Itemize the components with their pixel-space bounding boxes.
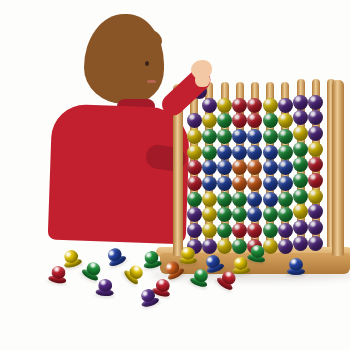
child-eye (145, 61, 149, 66)
bead-g-r6c8[interactable] (293, 173, 308, 188)
bead-p-r10c9[interactable] (308, 236, 323, 251)
bead-y-r2c2[interactable] (202, 113, 217, 128)
bead-g-r3c6[interactable] (263, 129, 278, 144)
bead-b-r4c3[interactable] (217, 145, 232, 160)
bead-p-r1c2[interactable] (202, 98, 217, 113)
bead-g-r7c3[interactable] (217, 192, 232, 207)
bead-b-r5c3[interactable] (217, 160, 232, 175)
bead-p-r8c9[interactable] (308, 204, 323, 219)
bead-y-r8c8[interactable] (293, 204, 308, 219)
bead-g-r7c4[interactable] (232, 192, 247, 207)
bead-b-r7c5[interactable] (247, 192, 262, 207)
bead-r-r1c5[interactable] (247, 98, 262, 113)
bead-o-r5c5[interactable] (247, 160, 262, 175)
bead-r-r1c4[interactable] (232, 98, 247, 113)
bead-b-r6c6[interactable] (263, 176, 278, 191)
bead-o-r6c4[interactable] (232, 176, 247, 191)
loose-piece-g[interactable] (141, 249, 164, 271)
loose-piece-y[interactable] (178, 247, 198, 266)
bead-b-r7c6[interactable] (263, 192, 278, 207)
photo-scene (0, 0, 350, 350)
bead-g-r5c8[interactable] (293, 157, 308, 172)
bead-p-r9c7[interactable] (278, 223, 293, 238)
bead-g-r10c4[interactable] (232, 239, 247, 254)
child-mouth (147, 80, 156, 83)
bead-g-r7c8[interactable] (293, 189, 308, 204)
piece-cap (181, 247, 195, 260)
bead-p-r2c8[interactable] (293, 110, 308, 125)
bead-r-r9c5[interactable] (247, 223, 262, 238)
loose-piece-g[interactable] (245, 243, 269, 266)
bead-y-r7c9[interactable] (308, 189, 323, 204)
bead-g-r4c7[interactable] (278, 145, 293, 160)
bead-y-r4c1[interactable] (187, 145, 202, 160)
bead-g-r2c6[interactable] (263, 113, 278, 128)
bead-g-r9c6[interactable] (263, 223, 278, 238)
bead-g-r7c7[interactable] (278, 192, 293, 207)
bead-y-r1c3[interactable] (217, 98, 232, 113)
bead-r-r5c9[interactable] (308, 157, 323, 172)
bead-y-r3c1[interactable] (187, 129, 202, 144)
bead-o-r5c4[interactable] (232, 160, 247, 175)
bead-p-r1c9[interactable] (308, 95, 323, 110)
bead-g-r3c7[interactable] (278, 129, 293, 144)
bead-b-r5c2[interactable] (202, 160, 217, 175)
bead-p-r2c1[interactable] (187, 113, 202, 128)
bead-b-r4c6[interactable] (263, 145, 278, 160)
loose-piece-r[interactable] (47, 264, 70, 286)
child-fingers (195, 73, 210, 87)
loose-piece-b[interactable] (286, 258, 306, 277)
bead-p-r9c9[interactable] (308, 220, 323, 235)
bead-y-r3c8[interactable] (293, 126, 308, 141)
bead-p-r1c7[interactable] (278, 98, 293, 113)
loose-piece-b[interactable] (103, 245, 129, 271)
bead-g-r8c6[interactable] (263, 207, 278, 222)
bead-b-r5c7[interactable] (278, 160, 293, 175)
sweater-torso (48, 104, 191, 245)
bead-o-r6c5[interactable] (247, 176, 262, 191)
bead-y-r7c2[interactable] (202, 192, 217, 207)
bead-y-r9c2[interactable] (202, 223, 217, 238)
bead-g-r3c3[interactable] (217, 129, 232, 144)
piece-cap (289, 258, 303, 271)
bead-r-r2c5[interactable] (247, 113, 262, 128)
bead-g-r9c3[interactable] (217, 223, 232, 238)
bead-b-r6c2[interactable] (202, 176, 217, 191)
bead-g-r8c4[interactable] (232, 207, 247, 222)
bead-g-r4c8[interactable] (293, 142, 308, 157)
bead-y-r2c7[interactable] (278, 113, 293, 128)
bead-g-r8c3[interactable] (217, 207, 232, 222)
bead-p-r3c9[interactable] (308, 126, 323, 141)
bead-r-r6c1[interactable] (187, 176, 202, 191)
bead-y-r8c2[interactable] (202, 207, 217, 222)
bead-y-r1c6[interactable] (263, 98, 278, 113)
right-frame-post (332, 80, 344, 256)
bead-b-r4c4[interactable] (232, 145, 247, 160)
bead-p-r10c7[interactable] (278, 239, 293, 254)
bead-b-r6c3[interactable] (217, 176, 232, 191)
bead-b-r4c5[interactable] (247, 145, 262, 160)
bead-r-r6c9[interactable] (308, 173, 323, 188)
bead-p-r2c9[interactable] (308, 110, 323, 125)
bead-p-r8c1[interactable] (187, 207, 202, 222)
bead-p-r9c8[interactable] (293, 220, 308, 235)
bead-p-r1c8[interactable] (293, 95, 308, 110)
bead-r-r9c4[interactable] (232, 223, 247, 238)
bead-r-r2c4[interactable] (232, 113, 247, 128)
bead-b-r5c6[interactable] (263, 160, 278, 175)
bead-g-r4c2[interactable] (202, 145, 217, 160)
bead-p-r9c1[interactable] (187, 223, 202, 238)
bead-r-r5c1[interactable] (187, 160, 202, 175)
bead-b-r3c5[interactable] (247, 129, 262, 144)
bead-y-r4c9[interactable] (308, 142, 323, 157)
loose-piece-p[interactable] (94, 278, 116, 299)
bead-g-r3c2[interactable] (202, 129, 217, 144)
bead-g-r8c7[interactable] (278, 207, 293, 222)
bead-b-r3c4[interactable] (232, 129, 247, 144)
bead-g-r2c3[interactable] (217, 113, 232, 128)
bead-g-r7c1[interactable] (187, 192, 202, 207)
bead-b-r8c5[interactable] (247, 207, 262, 222)
bead-p-r10c2[interactable] (202, 239, 217, 254)
bead-p-r10c8[interactable] (293, 236, 308, 251)
bead-b-r6c7[interactable] (278, 176, 293, 191)
